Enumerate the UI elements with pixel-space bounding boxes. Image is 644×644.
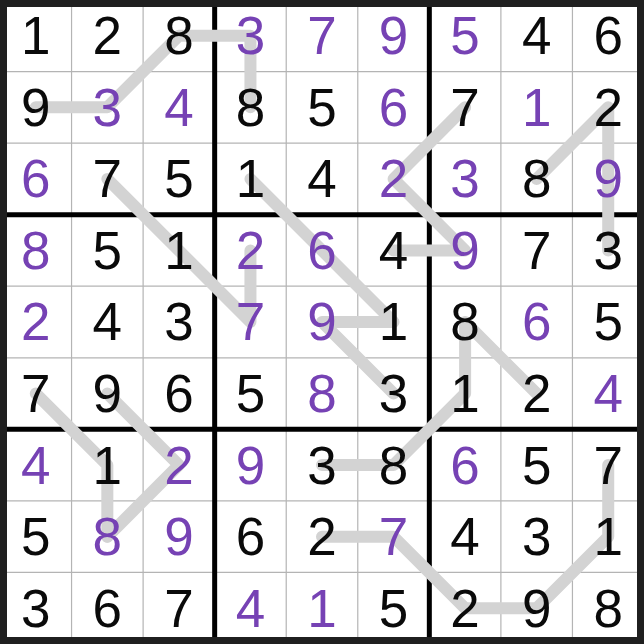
cell-r2c9[interactable]: 2 xyxy=(572,72,644,144)
cell-r1c7[interactable]: 5 xyxy=(429,0,501,72)
digit-black: 5 xyxy=(522,439,551,492)
cell-r7c3[interactable]: 2 xyxy=(143,429,215,501)
cell-r4c9[interactable]: 3 xyxy=(572,215,644,287)
digit-black: 8 xyxy=(236,81,265,134)
digit-black: 8 xyxy=(450,295,479,348)
cell-r8c1[interactable]: 5 xyxy=(0,501,72,573)
digit-black: 1 xyxy=(593,510,622,563)
digit-black: 3 xyxy=(164,295,193,348)
digit-black: 5 xyxy=(307,81,336,134)
digit-black: 1 xyxy=(450,367,479,420)
cell-r8c2[interactable]: 8 xyxy=(72,501,144,573)
cell-r7c6[interactable]: 8 xyxy=(358,429,430,501)
digit-purple: 9 xyxy=(307,295,336,348)
cell-r6c3[interactable]: 6 xyxy=(143,358,215,430)
cell-r8c4[interactable]: 6 xyxy=(215,501,287,573)
digit-purple: 4 xyxy=(21,439,50,492)
cell-r5c5[interactable]: 9 xyxy=(286,286,358,358)
digit-black: 2 xyxy=(450,582,479,635)
digit-black: 3 xyxy=(307,439,336,492)
digit-black: 7 xyxy=(450,81,479,134)
digit-black: 2 xyxy=(93,9,122,62)
digit-black: 3 xyxy=(593,224,622,277)
digit-black: 5 xyxy=(593,295,622,348)
cell-r9c9[interactable]: 8 xyxy=(572,572,644,644)
digit-black: 7 xyxy=(21,367,50,420)
cell-r2c1[interactable]: 9 xyxy=(0,72,72,144)
cell-r6c4[interactable]: 5 xyxy=(215,358,287,430)
digit-purple: 5 xyxy=(450,9,479,62)
cell-r3c2[interactable]: 7 xyxy=(72,143,144,215)
digit-purple: 6 xyxy=(450,439,479,492)
cell-r7c7[interactable]: 6 xyxy=(429,429,501,501)
cell-r5c3[interactable]: 3 xyxy=(143,286,215,358)
digit-black: 4 xyxy=(93,295,122,348)
cell-r4c5[interactable]: 6 xyxy=(286,215,358,287)
cell-r3c4[interactable]: 1 xyxy=(215,143,287,215)
cell-r2c4[interactable]: 8 xyxy=(215,72,287,144)
cell-r6c8[interactable]: 2 xyxy=(501,358,573,430)
digit-black: 8 xyxy=(379,439,408,492)
cell-r3c6[interactable]: 2 xyxy=(358,143,430,215)
cell-r1c4[interactable]: 3 xyxy=(215,0,287,72)
cell-r4c4[interactable]: 2 xyxy=(215,215,287,287)
digit-black: 1 xyxy=(93,439,122,492)
digit-purple: 2 xyxy=(164,439,193,492)
digit-black: 6 xyxy=(93,582,122,635)
digit-purple: 4 xyxy=(236,582,265,635)
digit-black: 5 xyxy=(164,152,193,205)
digit-black: 5 xyxy=(236,367,265,420)
digit-purple: 8 xyxy=(307,367,336,420)
digit-black: 8 xyxy=(593,582,622,635)
cell-r9c3[interactable]: 7 xyxy=(143,572,215,644)
cell-r1c5[interactable]: 7 xyxy=(286,0,358,72)
digit-black: 2 xyxy=(522,367,551,420)
digit-black: 8 xyxy=(522,152,551,205)
cell-r1c8[interactable]: 4 xyxy=(501,0,573,72)
cell-r4c1[interactable]: 8 xyxy=(0,215,72,287)
digit-purple: 3 xyxy=(93,81,122,134)
cell-r8c9[interactable]: 1 xyxy=(572,501,644,573)
digit-black: 3 xyxy=(379,367,408,420)
digit-black: 5 xyxy=(21,510,50,563)
digit-purple: 1 xyxy=(307,582,336,635)
cell-r5c6[interactable]: 1 xyxy=(358,286,430,358)
cell-r2c3[interactable]: 4 xyxy=(143,72,215,144)
digit-black: 1 xyxy=(236,152,265,205)
cell-r1c6[interactable]: 9 xyxy=(358,0,430,72)
cell-r7c2[interactable]: 1 xyxy=(72,429,144,501)
cell-r8c5[interactable]: 2 xyxy=(286,501,358,573)
digit-purple: 7 xyxy=(307,9,336,62)
cell-r5c8[interactable]: 6 xyxy=(501,286,573,358)
cell-r6c5[interactable]: 8 xyxy=(286,358,358,430)
cell-r1c3[interactable]: 8 xyxy=(143,0,215,72)
cell-r6c7[interactable]: 1 xyxy=(429,358,501,430)
cell-r3c1[interactable]: 6 xyxy=(0,143,72,215)
cell-r6c6[interactable]: 3 xyxy=(358,358,430,430)
digit-black: 5 xyxy=(93,224,122,277)
cell-r9c5[interactable]: 1 xyxy=(286,572,358,644)
digit-purple: 6 xyxy=(307,224,336,277)
cell-r7c8[interactable]: 5 xyxy=(501,429,573,501)
cell-r9c1[interactable]: 3 xyxy=(0,572,72,644)
cell-r8c6[interactable]: 7 xyxy=(358,501,430,573)
digit-purple: 1 xyxy=(522,81,551,134)
digit-purple: 3 xyxy=(236,9,265,62)
cell-r5c4[interactable]: 7 xyxy=(215,286,287,358)
cell-r4c8[interactable]: 7 xyxy=(501,215,573,287)
digit-black: 3 xyxy=(21,582,50,635)
cell-r9c8[interactable]: 9 xyxy=(501,572,573,644)
cell-r9c7[interactable]: 2 xyxy=(429,572,501,644)
cell-r5c1[interactable]: 2 xyxy=(0,286,72,358)
cell-r2c7[interactable]: 7 xyxy=(429,72,501,144)
digit-purple: 4 xyxy=(593,367,622,420)
digit-black: 4 xyxy=(450,510,479,563)
digit-black: 1 xyxy=(379,295,408,348)
digit-black: 9 xyxy=(21,81,50,134)
cell-r4c6[interactable]: 4 xyxy=(358,215,430,287)
digit-purple: 2 xyxy=(379,152,408,205)
cell-r7c1[interactable]: 4 xyxy=(0,429,72,501)
cell-r1c2[interactable]: 2 xyxy=(72,0,144,72)
digit-black: 7 xyxy=(522,224,551,277)
cell-r5c7[interactable]: 8 xyxy=(429,286,501,358)
cell-r4c7[interactable]: 9 xyxy=(429,215,501,287)
digit-purple: 8 xyxy=(21,224,50,277)
cell-r1c1[interactable]: 1 xyxy=(0,0,72,72)
digit-black: 7 xyxy=(93,152,122,205)
sudoku-board: 1283795469348567126751423898512649732437… xyxy=(0,0,644,644)
cell-r9c6[interactable]: 5 xyxy=(358,572,430,644)
cell-r2c5[interactable]: 5 xyxy=(286,72,358,144)
digit-black: 8 xyxy=(164,9,193,62)
digit-purple: 6 xyxy=(21,152,50,205)
cell-r5c2[interactable]: 4 xyxy=(72,286,144,358)
cell-r3c9[interactable]: 9 xyxy=(572,143,644,215)
cell-r4c2[interactable]: 5 xyxy=(72,215,144,287)
digit-black: 6 xyxy=(164,367,193,420)
digit-purple: 9 xyxy=(236,439,265,492)
cell-r6c2[interactable]: 9 xyxy=(72,358,144,430)
digit-black: 9 xyxy=(93,367,122,420)
cell-r5c9[interactable]: 5 xyxy=(572,286,644,358)
cell-r7c4[interactable]: 9 xyxy=(215,429,287,501)
digit-black: 4 xyxy=(522,9,551,62)
cell-r7c5[interactable]: 3 xyxy=(286,429,358,501)
cell-r3c8[interactable]: 8 xyxy=(501,143,573,215)
digit-black: 4 xyxy=(379,224,408,277)
digit-purple: 9 xyxy=(593,152,622,205)
digit-purple: 9 xyxy=(450,224,479,277)
cell-r8c8[interactable]: 3 xyxy=(501,501,573,573)
digit-purple: 2 xyxy=(21,295,50,348)
cell-r6c9[interactable]: 4 xyxy=(572,358,644,430)
digit-black: 9 xyxy=(522,582,551,635)
cell-r9c4[interactable]: 4 xyxy=(215,572,287,644)
cell-r2c6[interactable]: 6 xyxy=(358,72,430,144)
digit-purple: 6 xyxy=(379,81,408,134)
digit-black: 4 xyxy=(307,152,336,205)
cell-r3c7[interactable]: 3 xyxy=(429,143,501,215)
cell-r2c2[interactable]: 3 xyxy=(72,72,144,144)
cell-r4c3[interactable]: 1 xyxy=(143,215,215,287)
digit-black: 1 xyxy=(21,9,50,62)
cell-r3c5[interactable]: 4 xyxy=(286,143,358,215)
digit-black: 3 xyxy=(522,510,551,563)
cell-r9c2[interactable]: 6 xyxy=(72,572,144,644)
cell-r2c8[interactable]: 1 xyxy=(501,72,573,144)
digit-purple: 8 xyxy=(93,510,122,563)
cell-r3c3[interactable]: 5 xyxy=(143,143,215,215)
digit-purple: 3 xyxy=(450,152,479,205)
digit-purple: 7 xyxy=(236,295,265,348)
cell-r7c9[interactable]: 7 xyxy=(572,429,644,501)
cell-r1c9[interactable]: 6 xyxy=(572,0,644,72)
sudoku-cells: 1283795469348567126751423898512649732437… xyxy=(0,0,644,644)
digit-black: 7 xyxy=(164,582,193,635)
cell-r6c1[interactable]: 7 xyxy=(0,358,72,430)
digit-black: 2 xyxy=(593,81,622,134)
digit-black: 5 xyxy=(379,582,408,635)
digit-purple: 7 xyxy=(379,510,408,563)
digit-black: 6 xyxy=(236,510,265,563)
digit-black: 1 xyxy=(164,224,193,277)
digit-black: 7 xyxy=(593,439,622,492)
cell-r8c3[interactable]: 9 xyxy=(143,501,215,573)
digit-black: 2 xyxy=(307,510,336,563)
digit-purple: 2 xyxy=(236,224,265,277)
cell-r8c7[interactable]: 4 xyxy=(429,501,501,573)
digit-purple: 6 xyxy=(522,295,551,348)
digit-purple: 4 xyxy=(164,81,193,134)
digit-black: 6 xyxy=(593,9,622,62)
digit-purple: 9 xyxy=(379,9,408,62)
digit-purple: 9 xyxy=(164,510,193,563)
